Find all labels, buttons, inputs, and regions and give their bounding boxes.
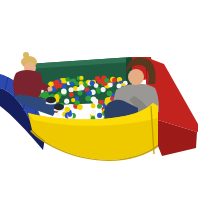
ball [69, 87, 74, 92]
ball [70, 82, 75, 87]
ball [94, 83, 99, 88]
ball-pool-photo [0, 0, 203, 203]
ball [108, 83, 113, 88]
ball [112, 78, 117, 83]
ball [91, 104, 96, 109]
ball [78, 91, 83, 96]
ball [107, 90, 113, 96]
ball [66, 77, 71, 82]
ball [71, 98, 75, 102]
toddler-shoe-1 [46, 97, 56, 103]
ball [41, 92, 47, 98]
ball [101, 87, 106, 92]
ball [68, 104, 72, 108]
ball [75, 81, 79, 85]
ball [62, 84, 67, 89]
toddler-hand [48, 87, 53, 92]
ball [97, 79, 102, 84]
ball [61, 89, 67, 95]
ball [83, 83, 87, 87]
ball [97, 90, 101, 94]
scene-canvas [0, 0, 203, 203]
ball [68, 112, 73, 117]
ball [85, 96, 91, 102]
ball [87, 91, 92, 96]
ball [56, 112, 60, 116]
ball [97, 104, 102, 109]
toddler-shoe-2 [54, 104, 64, 110]
ball [104, 78, 109, 83]
ball [79, 76, 83, 80]
ball [97, 113, 102, 118]
ball [90, 110, 96, 116]
ball [77, 104, 83, 110]
ball [69, 92, 74, 97]
boy-face [128, 69, 144, 85]
ball [64, 99, 69, 104]
ball [93, 99, 99, 105]
